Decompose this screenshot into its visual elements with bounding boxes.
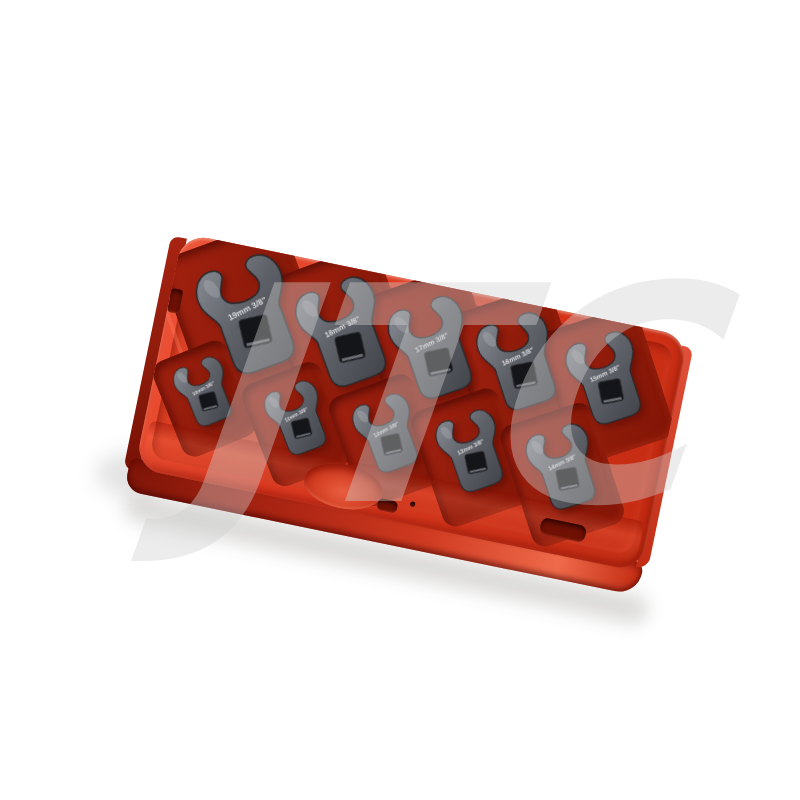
product-photo: 19mm 3/8"18mm 3/8"17mm 3/8"16mm 3/8"15mm… [0, 0, 800, 800]
pocket-layer [183, 233, 688, 337]
